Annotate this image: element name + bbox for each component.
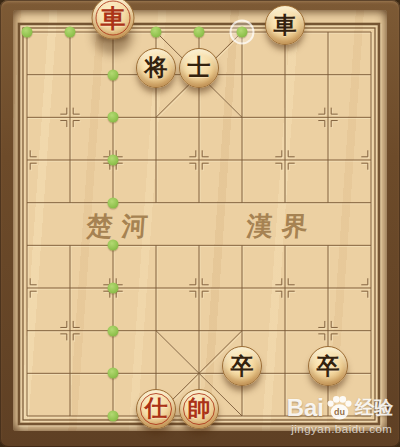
piece-black-general[interactable]: 将 <box>136 48 176 88</box>
river-label-han-jie: 漢界 <box>231 209 323 244</box>
baidu-jingyan-watermark: Bai du 经验 jingyan.baidu.com <box>287 394 397 435</box>
piece-black-soldier-f6[interactable]: 卒 <box>222 346 262 386</box>
baidu-paw-icon: du <box>326 395 353 421</box>
piece-black-advisor[interactable]: 士 <box>179 48 219 88</box>
piece-character: 卒 <box>231 355 254 378</box>
watermark-url: jingyan.baidu.com <box>287 423 397 435</box>
svg-text:du: du <box>334 407 345 417</box>
river-label-chu-he: 楚河 <box>71 209 163 244</box>
piece-character: 卒 <box>317 355 340 378</box>
piece-red-general[interactable]: 帥 <box>179 389 219 429</box>
piece-character: 将 <box>145 56 168 79</box>
piece-character: 車 <box>274 14 297 37</box>
xiangqi-game-screen: 楚河 漢界 車車将士卒卒仕帥 Bai du 经验 jingyan.bai <box>0 0 400 447</box>
piece-character: 士 <box>188 56 211 79</box>
piece-red-advisor[interactable]: 仕 <box>136 389 176 429</box>
piece-character: 仕 <box>145 397 168 420</box>
piece-black-chariot[interactable]: 車 <box>265 5 305 45</box>
watermark-brand-prefix: Bai <box>287 394 324 422</box>
watermark-brand-suffix: 经验 <box>355 395 393 421</box>
piece-character: 車 <box>101 6 126 31</box>
piece-character: 帥 <box>188 397 211 420</box>
piece-black-soldier-f8[interactable]: 卒 <box>308 346 348 386</box>
